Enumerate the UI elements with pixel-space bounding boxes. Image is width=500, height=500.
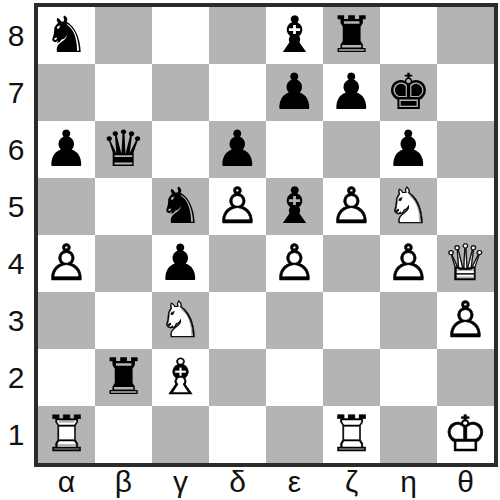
piece-black-rook[interactable]: ♜ (323, 7, 380, 64)
white-piece-outline-glyph: ♗ (158, 352, 203, 402)
square-g7[interactable]: ♚ (380, 64, 437, 121)
black-piece-glyph: ♟ (215, 124, 260, 174)
rank-label-5: 5 (0, 178, 32, 235)
white-piece-fill-glyph: ♜ (44, 409, 89, 459)
white-piece-fill-glyph: ♟ (329, 181, 374, 231)
piece-white-knight[interactable]: ♞♘ (380, 178, 437, 235)
square-c6[interactable] (152, 121, 209, 178)
square-d4[interactable] (209, 235, 266, 292)
square-g1[interactable] (380, 406, 437, 463)
square-c3[interactable]: ♞♘ (152, 292, 209, 349)
white-piece-fill-glyph: ♟ (386, 238, 431, 288)
piece-white-pawn[interactable]: ♟♙ (38, 235, 95, 292)
square-b4[interactable] (95, 235, 152, 292)
square-h7[interactable] (437, 64, 494, 121)
square-d1[interactable] (209, 406, 266, 463)
square-c2[interactable]: ♝♗ (152, 349, 209, 406)
piece-white-queen[interactable]: ♛♕ (437, 235, 494, 292)
rank-label-1: 1 (0, 406, 32, 463)
square-f5[interactable]: ♟♙ (323, 178, 380, 235)
square-b1[interactable] (95, 406, 152, 463)
square-g6[interactable]: ♟ (380, 121, 437, 178)
square-f8[interactable]: ♜ (323, 7, 380, 64)
square-f1[interactable]: ♜♖ (323, 406, 380, 463)
square-d6[interactable]: ♟ (209, 121, 266, 178)
square-a3[interactable] (38, 292, 95, 349)
square-g3[interactable] (380, 292, 437, 349)
square-d3[interactable] (209, 292, 266, 349)
white-piece-outline-glyph: ♕ (443, 238, 488, 288)
square-d7[interactable] (209, 64, 266, 121)
rank-label-6: 6 (0, 121, 32, 178)
square-a2[interactable] (38, 349, 95, 406)
black-piece-glyph: ♛ (101, 124, 146, 174)
piece-white-rook[interactable]: ♜♖ (323, 406, 380, 463)
white-piece-fill-glyph: ♜ (329, 409, 374, 459)
white-piece-fill-glyph: ♞ (386, 181, 431, 231)
square-f6[interactable] (323, 121, 380, 178)
piece-white-king[interactable]: ♚♔ (437, 406, 494, 463)
chess-diagram: 87654321 ♞♝♜♟♟♚♟♛♟♟♞♟♙♝♟♙♞♘♟♙♟♟♙♟♙♛♕♞♘♟♙… (0, 0, 500, 500)
square-f4[interactable] (323, 235, 380, 292)
file-label-c: γ (152, 465, 209, 499)
square-a6[interactable]: ♟ (38, 121, 95, 178)
white-piece-outline-glyph: ♘ (158, 295, 203, 345)
piece-white-pawn[interactable]: ♟♙ (266, 235, 323, 292)
black-piece-glyph: ♟ (272, 67, 317, 117)
white-piece-fill-glyph: ♚ (443, 409, 488, 459)
square-h6[interactable] (437, 121, 494, 178)
square-b5[interactable] (95, 178, 152, 235)
file-label-f: ζ (323, 465, 380, 499)
square-h2[interactable] (437, 349, 494, 406)
square-d2[interactable] (209, 349, 266, 406)
piece-black-knight[interactable]: ♞ (152, 178, 209, 235)
square-f7[interactable]: ♟ (323, 64, 380, 121)
piece-black-rook[interactable]: ♜ (95, 349, 152, 406)
square-h5[interactable] (437, 178, 494, 235)
square-a1[interactable]: ♜♖ (38, 406, 95, 463)
white-piece-outline-glyph: ♔ (443, 409, 488, 459)
square-b6[interactable]: ♛ (95, 121, 152, 178)
piece-white-knight[interactable]: ♞♘ (152, 292, 209, 349)
black-piece-glyph: ♟ (44, 124, 89, 174)
white-piece-outline-glyph: ♖ (329, 409, 374, 459)
white-piece-fill-glyph: ♟ (44, 238, 89, 288)
piece-black-pawn[interactable]: ♟ (152, 235, 209, 292)
file-labels: αβγδεζηθ (38, 465, 494, 499)
piece-black-pawn[interactable]: ♟ (38, 121, 95, 178)
square-g2[interactable] (380, 349, 437, 406)
square-c8[interactable] (152, 7, 209, 64)
white-piece-fill-glyph: ♟ (272, 238, 317, 288)
piece-white-rook[interactable]: ♜♖ (38, 406, 95, 463)
square-a8[interactable]: ♞ (38, 7, 95, 64)
white-piece-fill-glyph: ♟ (215, 181, 260, 231)
square-c4[interactable]: ♟ (152, 235, 209, 292)
piece-black-pawn[interactable]: ♟ (323, 64, 380, 121)
piece-white-pawn[interactable]: ♟♙ (437, 292, 494, 349)
white-piece-outline-glyph: ♙ (443, 295, 488, 345)
square-g4[interactable]: ♟♙ (380, 235, 437, 292)
black-piece-glyph: ♟ (158, 238, 203, 288)
square-f3[interactable] (323, 292, 380, 349)
piece-black-pawn[interactable]: ♟ (266, 64, 323, 121)
rank-label-2: 2 (0, 349, 32, 406)
white-piece-fill-glyph: ♟ (443, 295, 488, 345)
white-piece-outline-glyph: ♙ (386, 238, 431, 288)
white-piece-fill-glyph: ♝ (158, 352, 203, 402)
square-h3[interactable]: ♟♙ (437, 292, 494, 349)
square-e6[interactable] (266, 121, 323, 178)
square-e3[interactable] (266, 292, 323, 349)
square-a4[interactable]: ♟♙ (38, 235, 95, 292)
square-h8[interactable] (437, 7, 494, 64)
square-b3[interactable] (95, 292, 152, 349)
square-e5[interactable]: ♝ (266, 178, 323, 235)
black-piece-glyph: ♞ (158, 181, 203, 231)
black-piece-glyph: ♝ (272, 181, 317, 231)
square-a5[interactable] (38, 178, 95, 235)
white-piece-fill-glyph: ♛ (443, 238, 488, 288)
black-piece-glyph: ♝ (272, 10, 317, 60)
square-f2[interactable] (323, 349, 380, 406)
white-piece-outline-glyph: ♙ (272, 238, 317, 288)
black-piece-glyph: ♚ (386, 67, 431, 117)
black-piece-glyph: ♞ (44, 10, 89, 60)
black-piece-glyph: ♜ (101, 352, 146, 402)
rank-label-4: 4 (0, 235, 32, 292)
square-e4[interactable]: ♟♙ (266, 235, 323, 292)
piece-white-pawn[interactable]: ♟♙ (380, 235, 437, 292)
piece-black-king[interactable]: ♚ (380, 64, 437, 121)
rank-label-7: 7 (0, 64, 32, 121)
square-c5[interactable]: ♞ (152, 178, 209, 235)
black-piece-glyph: ♟ (329, 67, 374, 117)
square-c7[interactable] (152, 64, 209, 121)
square-e8[interactable]: ♝ (266, 7, 323, 64)
square-b7[interactable] (95, 64, 152, 121)
file-label-b: β (95, 465, 152, 499)
square-h4[interactable]: ♛♕ (437, 235, 494, 292)
square-e2[interactable] (266, 349, 323, 406)
rank-label-3: 3 (0, 292, 32, 349)
square-d8[interactable] (209, 7, 266, 64)
white-piece-outline-glyph: ♙ (215, 181, 260, 231)
square-a7[interactable] (38, 64, 95, 121)
square-h1[interactable]: ♚♔ (437, 406, 494, 463)
board: ♞♝♜♟♟♚♟♛♟♟♞♟♙♝♟♙♞♘♟♙♟♟♙♟♙♛♕♞♘♟♙♜♝♗♜♖♜♖♚♔ (34, 3, 498, 467)
file-label-a: α (38, 465, 95, 499)
piece-white-pawn[interactable]: ♟♙ (323, 178, 380, 235)
black-piece-glyph: ♜ (329, 10, 374, 60)
piece-black-bishop[interactable]: ♝ (266, 178, 323, 235)
piece-black-pawn[interactable]: ♟ (209, 121, 266, 178)
piece-black-bishop[interactable]: ♝ (266, 7, 323, 64)
square-g8[interactable] (380, 7, 437, 64)
rank-labels: 87654321 (0, 7, 32, 463)
file-label-g: η (380, 465, 437, 499)
file-label-h: θ (437, 465, 494, 499)
square-e7[interactable]: ♟ (266, 64, 323, 121)
piece-white-pawn[interactable]: ♟♙ (209, 178, 266, 235)
white-piece-outline-glyph: ♙ (44, 238, 89, 288)
white-piece-outline-glyph: ♙ (329, 181, 374, 231)
piece-black-queen[interactable]: ♛ (95, 121, 152, 178)
white-piece-outline-glyph: ♖ (44, 409, 89, 459)
white-piece-fill-glyph: ♞ (158, 295, 203, 345)
square-e1[interactable] (266, 406, 323, 463)
square-d5[interactable]: ♟♙ (209, 178, 266, 235)
square-c1[interactable] (152, 406, 209, 463)
square-b2[interactable]: ♜ (95, 349, 152, 406)
rank-label-8: 8 (0, 7, 32, 64)
piece-white-bishop[interactable]: ♝♗ (152, 349, 209, 406)
black-piece-glyph: ♟ (386, 124, 431, 174)
white-piece-outline-glyph: ♘ (386, 181, 431, 231)
square-b8[interactable] (95, 7, 152, 64)
file-label-e: ε (266, 465, 323, 499)
piece-black-knight[interactable]: ♞ (38, 7, 95, 64)
piece-black-pawn[interactable]: ♟ (380, 121, 437, 178)
square-g5[interactable]: ♞♘ (380, 178, 437, 235)
file-label-d: δ (209, 465, 266, 499)
